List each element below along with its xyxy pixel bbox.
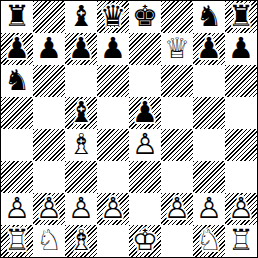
piece-face: ♔ (129, 225, 161, 257)
piece-face: ♗ (65, 225, 97, 257)
piece-face: ♟ (225, 33, 257, 65)
square-d3[interactable] (97, 161, 129, 193)
piece-wr: ♜♖ (1, 225, 33, 257)
piece-wr: ♜♖ (225, 225, 257, 257)
piece-face: ♖ (225, 225, 257, 257)
piece-bp: ♟♟ (33, 33, 65, 65)
square-h4[interactable] (225, 129, 257, 161)
piece-wn: ♞♘ (33, 225, 65, 257)
square-a6[interactable]: ♞♞ (1, 65, 33, 97)
square-g7[interactable]: ♟♟ (193, 33, 225, 65)
square-b1[interactable]: ♞♘ (33, 225, 65, 257)
square-h8[interactable]: ♜♜ (225, 1, 257, 33)
square-f2[interactable]: ♟♙ (161, 193, 193, 225)
square-h1[interactable]: ♜♖ (225, 225, 257, 257)
piece-bp: ♟♟ (129, 97, 161, 129)
square-e4[interactable]: ♟♙ (129, 129, 161, 161)
square-b5[interactable] (33, 97, 65, 129)
piece-face: ♙ (33, 193, 65, 225)
square-b3[interactable] (33, 161, 65, 193)
piece-wk: ♚♔ (129, 225, 161, 257)
piece-face: ♜ (225, 1, 257, 33)
piece-face: ♟ (129, 97, 161, 129)
square-b8[interactable] (33, 1, 65, 33)
piece-face: ♘ (193, 225, 225, 257)
square-f5[interactable] (161, 97, 193, 129)
square-c3[interactable] (65, 161, 97, 193)
piece-face: ♙ (65, 193, 97, 225)
piece-bp: ♟♟ (1, 33, 33, 65)
square-c1[interactable]: ♝♗ (65, 225, 97, 257)
chess-board: ♜♜♝♝♛♛♚♚♞♞♜♜♟♟♟♟♟♟♟♟♛♕♟♟♟♟♞♞♝♝♟♟♝♗♟♙♟♙♟♙… (0, 0, 258, 258)
piece-br: ♜♜ (225, 1, 257, 33)
square-e6[interactable] (129, 65, 161, 97)
square-f8[interactable] (161, 1, 193, 33)
square-a2[interactable]: ♟♙ (1, 193, 33, 225)
piece-wb: ♝♗ (65, 225, 97, 257)
square-g6[interactable] (193, 65, 225, 97)
square-a7[interactable]: ♟♟ (1, 33, 33, 65)
square-h3[interactable] (225, 161, 257, 193)
square-a5[interactable] (1, 97, 33, 129)
square-b2[interactable]: ♟♙ (33, 193, 65, 225)
square-a8[interactable]: ♜♜ (1, 1, 33, 33)
square-c6[interactable] (65, 65, 97, 97)
square-c5[interactable]: ♝♝ (65, 97, 97, 129)
square-f3[interactable] (161, 161, 193, 193)
piece-bp: ♟♟ (65, 33, 97, 65)
square-g2[interactable]: ♟♙ (193, 193, 225, 225)
square-g4[interactable] (193, 129, 225, 161)
square-d7[interactable]: ♟♟ (97, 33, 129, 65)
square-h5[interactable] (225, 97, 257, 129)
piece-br: ♜♜ (1, 1, 33, 33)
square-c7[interactable]: ♟♟ (65, 33, 97, 65)
piece-face: ♕ (161, 33, 193, 65)
piece-bk: ♚♚ (129, 1, 161, 33)
piece-bb: ♝♝ (65, 97, 97, 129)
square-f7[interactable]: ♛♕ (161, 33, 193, 65)
piece-face: ♛ (97, 1, 129, 33)
piece-wp: ♟♙ (129, 129, 161, 161)
piece-face: ♟ (1, 33, 33, 65)
piece-face: ♙ (1, 193, 33, 225)
piece-face: ♙ (193, 193, 225, 225)
piece-face: ♗ (65, 129, 97, 161)
chess-diagram: ♜♜♝♝♛♛♚♚♞♞♜♜♟♟♟♟♟♟♟♟♛♕♟♟♟♟♞♞♝♝♟♟♝♗♟♙♟♙♟♙… (0, 0, 258, 258)
piece-wq: ♛♕ (161, 33, 193, 65)
piece-face: ♚ (129, 1, 161, 33)
square-e7[interactable] (129, 33, 161, 65)
square-e1[interactable]: ♚♔ (129, 225, 161, 257)
piece-wp: ♟♙ (65, 193, 97, 225)
piece-face: ♖ (1, 225, 33, 257)
square-e8[interactable]: ♚♚ (129, 1, 161, 33)
piece-face: ♞ (193, 1, 225, 33)
square-d4[interactable] (97, 129, 129, 161)
piece-bp: ♟♟ (97, 33, 129, 65)
piece-bn: ♞♞ (1, 65, 33, 97)
square-f6[interactable] (161, 65, 193, 97)
piece-bp: ♟♟ (193, 33, 225, 65)
piece-face: ♙ (129, 129, 161, 161)
piece-face: ♙ (97, 193, 129, 225)
square-c8[interactable]: ♝♝ (65, 1, 97, 33)
piece-face: ♜ (1, 1, 33, 33)
square-d2[interactable]: ♟♙ (97, 193, 129, 225)
piece-face: ♟ (65, 33, 97, 65)
square-g8[interactable]: ♞♞ (193, 1, 225, 33)
piece-wp: ♟♙ (225, 193, 257, 225)
square-a3[interactable] (1, 161, 33, 193)
piece-bn: ♞♞ (193, 1, 225, 33)
piece-wp: ♟♙ (193, 193, 225, 225)
piece-wb: ♝♗ (65, 129, 97, 161)
square-c2[interactable]: ♟♙ (65, 193, 97, 225)
square-d1[interactable] (97, 225, 129, 257)
square-c4[interactable]: ♝♗ (65, 129, 97, 161)
square-f4[interactable] (161, 129, 193, 161)
piece-face: ♙ (161, 193, 193, 225)
square-d8[interactable]: ♛♛ (97, 1, 129, 33)
piece-face: ♝ (65, 1, 97, 33)
piece-wp: ♟♙ (1, 193, 33, 225)
square-e3[interactable] (129, 161, 161, 193)
square-h2[interactable]: ♟♙ (225, 193, 257, 225)
piece-wp: ♟♙ (33, 193, 65, 225)
piece-wp: ♟♙ (161, 193, 193, 225)
piece-face: ♘ (33, 225, 65, 257)
piece-bb: ♝♝ (65, 1, 97, 33)
piece-face: ♟ (97, 33, 129, 65)
piece-face: ♟ (33, 33, 65, 65)
square-b7[interactable]: ♟♟ (33, 33, 65, 65)
square-a1[interactable]: ♜♖ (1, 225, 33, 257)
piece-wn: ♞♘ (193, 225, 225, 257)
square-g1[interactable]: ♞♘ (193, 225, 225, 257)
piece-bp: ♟♟ (225, 33, 257, 65)
square-g3[interactable] (193, 161, 225, 193)
piece-face: ♝ (65, 97, 97, 129)
square-g5[interactable] (193, 97, 225, 129)
square-a4[interactable] (1, 129, 33, 161)
piece-face: ♙ (225, 193, 257, 225)
square-h6[interactable] (225, 65, 257, 97)
square-b4[interactable] (33, 129, 65, 161)
piece-bq: ♛♛ (97, 1, 129, 33)
piece-wp: ♟♙ (97, 193, 129, 225)
square-b6[interactable] (33, 65, 65, 97)
square-d5[interactable] (97, 97, 129, 129)
square-e5[interactable]: ♟♟ (129, 97, 161, 129)
square-f1[interactable] (161, 225, 193, 257)
square-d6[interactable] (97, 65, 129, 97)
piece-face: ♞ (1, 65, 33, 97)
piece-face: ♟ (193, 33, 225, 65)
square-e2[interactable] (129, 193, 161, 225)
square-h7[interactable]: ♟♟ (225, 33, 257, 65)
